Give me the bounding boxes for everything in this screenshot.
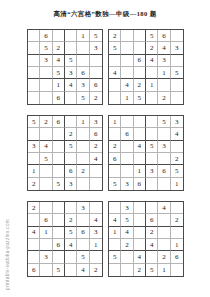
cell-r5c1-empty [28, 79, 40, 91]
cell-r4c2-given: 5 [40, 153, 52, 165]
cell-r6c2-empty [121, 264, 133, 276]
cell-r3c6-given: 3 [90, 227, 102, 239]
cell-r4c3-empty [134, 239, 146, 251]
cell-r5c6-given: 5 [171, 165, 183, 177]
cell-r1c2-empty [40, 202, 52, 214]
cell-r2c5-empty [77, 42, 89, 54]
cell-r5c2-given: 3 [40, 251, 52, 263]
cell-r5c1-empty [109, 165, 121, 177]
cell-r5c2-empty [40, 165, 52, 177]
sudoku-grid-1: 6155233455361436652 [27, 29, 103, 105]
cell-r1c3-empty [134, 202, 146, 214]
cell-r5c1-given: 1 [28, 165, 40, 177]
sudoku-grid-6: 3445621422415426251 [108, 201, 184, 277]
cell-r6c2-given: 3 [121, 178, 133, 190]
cell-r1c4-empty [65, 116, 77, 128]
cell-r6c1-given: 2 [28, 178, 40, 190]
cell-r4c5-given: 6 [77, 67, 89, 79]
cell-r6c3-given: 5 [53, 178, 65, 190]
cell-r5c5-given: 3 [77, 79, 89, 91]
cell-r2c6-given: 6 [90, 128, 102, 140]
watermark: printable-sudoku-puzzles.com [5, 219, 10, 290]
cell-r3c5-given: 3 [158, 141, 170, 153]
cell-r4c5-empty [158, 239, 170, 251]
cell-r3c5-given: 3 [158, 55, 170, 67]
cell-r1c2-given: 6 [40, 30, 52, 42]
cell-r6c2-empty [40, 178, 52, 190]
cell-r3c3-given: 6 [134, 55, 146, 67]
cell-r3c2-empty [121, 141, 133, 153]
cell-r3c5-empty [158, 227, 170, 239]
cell-r2c1-empty [109, 128, 121, 140]
cell-r1c5-given: 1 [77, 116, 89, 128]
cell-r6c6-empty [90, 178, 102, 190]
cell-r4c5-empty [77, 153, 89, 165]
cell-r1c3-given: 6 [53, 116, 65, 128]
cell-r1c3-empty [134, 30, 146, 42]
cell-r6c4-empty [65, 264, 77, 276]
cell-r3c4-given: 5 [65, 55, 77, 67]
cell-r6c3-given: 2 [134, 264, 146, 276]
cell-r5c5-given: 5 [77, 251, 89, 263]
cell-r2c6-given: 3 [90, 42, 102, 54]
cell-r5c3-given: 1 [134, 165, 146, 177]
cell-r3c4-given: 5 [65, 227, 77, 239]
cell-r3c3-given: 4 [134, 141, 146, 153]
cell-r1c6-given: 3 [90, 116, 102, 128]
cell-r4c6-given: 1 [90, 239, 102, 251]
cell-r6c6-given: 2 [90, 264, 102, 276]
cell-r4c6-given: 5 [171, 67, 183, 79]
cell-r3c2-empty [121, 55, 133, 67]
cell-r3c5-empty [77, 141, 89, 153]
cell-r4c3-empty [53, 153, 65, 165]
cell-r5c4-empty [146, 251, 158, 263]
cell-r4c3-empty [134, 67, 146, 79]
cell-r3c6-given: 2 [90, 141, 102, 153]
cell-r2c4-given: 2 [65, 128, 77, 140]
cell-r2c2-empty [121, 42, 133, 54]
cell-r5c4-given: 3 [146, 165, 158, 177]
cell-r2c2-empty [40, 128, 52, 140]
sudoku-grid-4: 1536424536213655361 [108, 115, 184, 191]
cell-r3c4-given: 5 [65, 141, 77, 153]
cell-r2c2-given: 5 [121, 214, 133, 226]
cell-r3c3-empty [53, 141, 65, 153]
cell-r5c6-empty [90, 251, 102, 263]
cell-r2c2-given: 6 [40, 214, 52, 226]
cell-r1c6-empty [90, 202, 102, 214]
cell-r6c4-empty [146, 92, 158, 104]
cell-r2c6-given: 4 [171, 128, 183, 140]
cell-r6c2-empty [40, 92, 52, 104]
cell-r1c5-given: 3 [77, 202, 89, 214]
cell-r3c2-given: 3 [40, 55, 52, 67]
cell-r4c3-empty [134, 153, 146, 165]
cell-r2c4-given: 6 [146, 214, 158, 226]
cell-r2c5-given: 4 [158, 42, 170, 54]
cell-r1c5-given: 1 [77, 30, 89, 42]
cell-r1c3-empty [53, 30, 65, 42]
cell-r2c5-empty [158, 128, 170, 140]
cell-r6c6-given: 2 [90, 92, 102, 104]
cell-r2c5-empty [158, 214, 170, 226]
sudoku-grid-5: 2362441563641356542 [27, 201, 103, 277]
cell-r4c2-empty [121, 67, 133, 79]
cell-r6c1-given: 6 [28, 264, 40, 276]
cell-r6c6-given: 1 [171, 178, 183, 190]
cell-r2c1-empty [28, 128, 40, 140]
cell-r1c1-given: 2 [109, 30, 121, 42]
cell-r5c5-given: 2 [158, 251, 170, 263]
cell-r6c3-given: 6 [53, 92, 65, 104]
cell-r1c3-empty [134, 116, 146, 128]
cell-r2c4-empty [65, 42, 77, 54]
cell-r6c4-empty [146, 178, 158, 190]
cell-r3c3-given: 4 [53, 55, 65, 67]
cell-r3c1-empty [109, 55, 121, 67]
cell-r5c1-given: 5 [109, 251, 121, 263]
cell-r2c1-given: 5 [109, 42, 121, 54]
cell-r1c4-empty [65, 202, 77, 214]
cell-r3c2-given: 1 [40, 227, 52, 239]
cell-r1c1-empty [28, 30, 40, 42]
cell-r6c1-empty [109, 264, 121, 276]
cell-r1c1-given: 1 [109, 116, 121, 128]
cell-r1c2-given: 3 [121, 202, 133, 214]
cell-r3c1-empty [28, 55, 40, 67]
cell-r3c1-given: 2 [109, 141, 121, 153]
cell-r2c4-given: 2 [65, 214, 77, 226]
cell-r2c4-given: 2 [146, 42, 158, 54]
cell-r1c5-given: 4 [158, 202, 170, 214]
cell-r2c3-empty [134, 214, 146, 226]
cell-r1c1-empty [109, 202, 121, 214]
cell-r6c1-empty [109, 92, 121, 104]
cell-r6c4-empty [65, 92, 77, 104]
cell-r3c6-empty [171, 227, 183, 239]
cell-r2c3-empty [134, 128, 146, 140]
cell-r3c6-empty [171, 55, 183, 67]
cell-r1c4-given: 5 [146, 30, 158, 42]
cell-r4c1-empty [28, 239, 40, 251]
cell-r4c5-empty [77, 239, 89, 251]
cell-r5c6-empty [90, 165, 102, 177]
cell-r5c4-given: 6 [65, 165, 77, 177]
cell-r6c3-given: 5 [134, 92, 146, 104]
cell-r6c6-empty [171, 92, 183, 104]
cell-r3c4-given: 5 [146, 141, 158, 153]
cell-r5c1-empty [109, 79, 121, 91]
cell-r1c2-empty [121, 116, 133, 128]
cell-r5c2-empty [121, 165, 133, 177]
cell-r5c5-given: 2 [77, 165, 89, 177]
cell-r4c5-empty [158, 153, 170, 165]
cell-r3c2-given: 4 [121, 227, 133, 239]
cell-r4c4-given: 4 [65, 239, 77, 251]
cell-r3c1-given: 4 [28, 227, 40, 239]
cell-r1c2-given: 2 [40, 116, 52, 128]
cell-r3c5-given: 6 [77, 227, 89, 239]
cell-r4c3-given: 5 [53, 67, 65, 79]
cell-r1c6-empty [171, 202, 183, 214]
cell-r6c1-given: 5 [109, 178, 121, 190]
cell-r3c5-empty [77, 55, 89, 67]
cell-r6c5-given: 2 [158, 92, 170, 104]
cell-r5c4-given: 1 [146, 79, 158, 91]
cell-r4c1-empty [28, 67, 40, 79]
cell-r5c1-empty [28, 251, 40, 263]
cell-r5c3-given: 4 [134, 251, 146, 263]
cell-r4c6-empty [90, 67, 102, 79]
cell-r2c1-empty [28, 214, 40, 226]
cell-r5c3-given: 2 [134, 79, 146, 91]
cell-r6c5-empty [77, 178, 89, 190]
cell-r2c6-given: 3 [171, 42, 183, 54]
cell-r2c3-empty [53, 214, 65, 226]
cell-r3c4-given: 2 [146, 227, 158, 239]
cell-r1c4-empty [146, 202, 158, 214]
cell-r5c4-empty [65, 251, 77, 263]
cell-r3c6-empty [90, 55, 102, 67]
cell-r4c1-given: 6 [109, 153, 121, 165]
cell-r5c5-given: 6 [158, 165, 170, 177]
cell-r4c3-given: 6 [53, 239, 65, 251]
cell-r5c2-empty [40, 79, 52, 91]
cell-r4c4-empty [146, 153, 158, 165]
cell-r6c5-given: 4 [77, 264, 89, 276]
cell-r4c4-given: 4 [146, 239, 158, 251]
cell-r2c2-given: 5 [40, 42, 52, 54]
cell-r1c6-given: 3 [171, 116, 183, 128]
cell-r4c4-empty [146, 67, 158, 79]
cell-r6c3-given: 6 [134, 178, 146, 190]
cell-r6c1-empty [28, 92, 40, 104]
cell-r3c3-empty [134, 227, 146, 239]
cell-r2c3-empty [53, 128, 65, 140]
cell-r2c6-given: 4 [90, 214, 102, 226]
cell-r4c1-given: 4 [109, 67, 121, 79]
cell-r1c5-given: 6 [158, 30, 170, 42]
cell-r4c2-empty [121, 153, 133, 165]
cell-r2c6-given: 2 [171, 214, 183, 226]
cell-r4c6-given: 2 [171, 153, 183, 165]
cell-r3c1-given: 1 [109, 227, 121, 239]
cell-r6c5-given: 5 [77, 92, 89, 104]
page-title: 高清“六宫格”数独—中级—180 题 [0, 10, 210, 19]
cell-r4c1-empty [28, 153, 40, 165]
cell-r5c6-empty [171, 79, 183, 91]
cell-r6c5-given: 1 [158, 264, 170, 276]
cell-r2c1-given: 4 [109, 214, 121, 226]
cell-r6c2-empty [40, 264, 52, 276]
cell-r2c5-empty [77, 214, 89, 226]
cell-r2c3-empty [134, 42, 146, 54]
sudoku-grid-2: 2565243643415421152 [108, 29, 184, 105]
cell-r5c3-given: 1 [53, 79, 65, 91]
cell-r1c1-given: 2 [28, 202, 40, 214]
cell-r3c3-empty [53, 227, 65, 239]
cell-r4c4-given: 3 [65, 67, 77, 79]
cell-r1c1-given: 5 [28, 116, 40, 128]
cell-r4c6-given: 4 [90, 153, 102, 165]
cell-r2c3-given: 2 [53, 42, 65, 54]
cell-r5c4-given: 4 [65, 79, 77, 91]
cell-r1c2-empty [121, 30, 133, 42]
cell-r6c4-given: 5 [146, 264, 158, 276]
cell-r3c1-given: 3 [28, 141, 40, 153]
cell-r4c2-empty [40, 239, 52, 251]
cell-r6c4-given: 3 [65, 178, 77, 190]
cell-r2c4-empty [146, 128, 158, 140]
cell-r1c5-given: 5 [158, 116, 170, 128]
cell-r3c6-empty [171, 141, 183, 153]
cell-r6c6-empty [171, 264, 183, 276]
cell-r1c4-empty [65, 30, 77, 42]
cell-r2c5-empty [77, 128, 89, 140]
cell-r1c3-empty [53, 202, 65, 214]
cell-r1c6-given: 5 [90, 30, 102, 42]
cell-r4c2-empty [40, 67, 52, 79]
cell-r1c4-empty [146, 116, 158, 128]
cell-r4c4-empty [65, 153, 77, 165]
cell-r6c5-empty [158, 178, 170, 190]
cell-r3c2-given: 4 [40, 141, 52, 153]
cell-r2c2-given: 6 [121, 128, 133, 140]
cell-r5c3-empty [53, 165, 65, 177]
sudoku-grid-3: 5261326345254162253 [27, 115, 103, 191]
cell-r5c3-empty [53, 251, 65, 263]
cell-r4c2-given: 2 [121, 239, 133, 251]
cell-r4c6-given: 1 [171, 239, 183, 251]
cell-r5c2-empty [121, 251, 133, 263]
cell-r3c4-given: 4 [146, 55, 158, 67]
cell-r5c2-given: 4 [121, 79, 133, 91]
cell-r6c3-given: 5 [53, 264, 65, 276]
cell-r4c1-empty [109, 239, 121, 251]
cell-r5c5-empty [158, 79, 170, 91]
cell-r2c1-empty [28, 42, 40, 54]
cell-r5c6-given: 6 [171, 251, 183, 263]
cell-r6c2-given: 1 [121, 92, 133, 104]
cell-r4c5-given: 1 [158, 67, 170, 79]
cell-r5c6-given: 6 [90, 79, 102, 91]
cell-r1c6-empty [171, 30, 183, 42]
